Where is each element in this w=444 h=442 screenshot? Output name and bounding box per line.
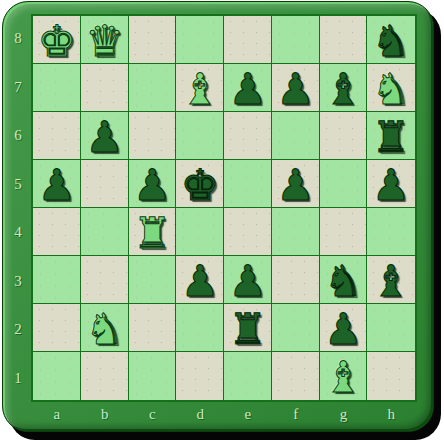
square-g3[interactable]: ♞ xyxy=(320,256,368,304)
file-label-a: a xyxy=(33,401,81,427)
square-g6[interactable] xyxy=(320,112,368,160)
square-e6[interactable] xyxy=(224,112,272,160)
piece-black-bishop[interactable]: ♝ xyxy=(324,66,363,112)
square-c1[interactable] xyxy=(129,352,177,400)
square-g8[interactable] xyxy=(320,16,368,64)
square-e3[interactable]: ♟ xyxy=(224,256,272,304)
square-a7[interactable] xyxy=(33,64,81,112)
square-h3[interactable]: ♝ xyxy=(367,256,415,304)
square-h5[interactable]: ♟ xyxy=(367,160,415,208)
square-b3[interactable] xyxy=(81,256,129,304)
file-label-g: g xyxy=(320,401,368,427)
square-c2[interactable] xyxy=(129,304,177,352)
square-e4[interactable] xyxy=(224,208,272,256)
square-b1[interactable] xyxy=(81,352,129,400)
rank-label-5: 5 xyxy=(7,160,29,209)
square-c5[interactable]: ♟ xyxy=(129,160,177,208)
square-c8[interactable] xyxy=(129,16,177,64)
square-h2[interactable] xyxy=(367,304,415,352)
square-a8[interactable]: ♚ xyxy=(33,16,81,64)
file-labels: abcdefgh xyxy=(33,401,415,427)
file-label-b: b xyxy=(81,401,129,427)
file-label-f: f xyxy=(272,401,320,427)
file-label-c: c xyxy=(129,401,177,427)
rank-label-8: 8 xyxy=(7,14,29,63)
piece-black-pawn[interactable]: ♟ xyxy=(372,162,411,208)
file-label-h: h xyxy=(367,401,415,427)
piece-black-knight[interactable]: ♞ xyxy=(372,18,411,64)
square-h7[interactable]: ♞ xyxy=(367,64,415,112)
square-d8[interactable] xyxy=(176,16,224,64)
board-frame: 87654321 ♚♛♞♝♟♟♝♞♟♜♟♟♚♟♟♜♟♟♞♝♞♜♟♝ abcdef… xyxy=(2,1,434,432)
square-b8[interactable]: ♛ xyxy=(81,16,129,64)
square-a2[interactable] xyxy=(33,304,81,352)
square-d1[interactable] xyxy=(176,352,224,400)
square-g1[interactable]: ♝ xyxy=(320,352,368,400)
square-e2[interactable]: ♜ xyxy=(224,304,272,352)
square-h6[interactable]: ♜ xyxy=(367,112,415,160)
piece-white-knight[interactable]: ♞ xyxy=(85,306,124,352)
rank-label-7: 7 xyxy=(7,63,29,112)
square-f5[interactable]: ♟ xyxy=(272,160,320,208)
square-h1[interactable] xyxy=(367,352,415,400)
square-g5[interactable] xyxy=(320,160,368,208)
square-f6[interactable] xyxy=(272,112,320,160)
piece-black-rook[interactable]: ♜ xyxy=(372,114,411,160)
piece-black-pawn[interactable]: ♟ xyxy=(85,114,124,160)
rank-labels: 87654321 xyxy=(7,14,29,402)
square-a3[interactable] xyxy=(33,256,81,304)
square-a6[interactable] xyxy=(33,112,81,160)
square-b4[interactable] xyxy=(81,208,129,256)
piece-black-knight[interactable]: ♞ xyxy=(324,258,363,304)
piece-white-knight[interactable]: ♞ xyxy=(372,66,411,112)
square-d3[interactable]: ♟ xyxy=(176,256,224,304)
piece-black-pawn[interactable]: ♟ xyxy=(38,162,77,208)
piece-white-bishop[interactable]: ♝ xyxy=(324,354,363,400)
square-d4[interactable] xyxy=(176,208,224,256)
piece-black-pawn[interactable]: ♟ xyxy=(229,258,268,304)
square-e1[interactable] xyxy=(224,352,272,400)
square-f8[interactable] xyxy=(272,16,320,64)
square-e7[interactable]: ♟ xyxy=(224,64,272,112)
file-label-e: e xyxy=(224,401,272,427)
piece-white-queen[interactable]: ♛ xyxy=(85,18,124,64)
piece-black-pawn[interactable]: ♟ xyxy=(229,66,268,112)
square-h4[interactable] xyxy=(367,208,415,256)
square-d6[interactable] xyxy=(176,112,224,160)
piece-black-pawn[interactable]: ♟ xyxy=(133,162,172,208)
square-d5[interactable]: ♚ xyxy=(176,160,224,208)
square-a4[interactable] xyxy=(33,208,81,256)
rank-label-4: 4 xyxy=(7,208,29,257)
piece-black-pawn[interactable]: ♟ xyxy=(276,162,315,208)
square-g2[interactable]: ♟ xyxy=(320,304,368,352)
square-d7[interactable]: ♝ xyxy=(176,64,224,112)
piece-black-bishop[interactable]: ♝ xyxy=(372,258,411,304)
square-f1[interactable] xyxy=(272,352,320,400)
square-c7[interactable] xyxy=(129,64,177,112)
piece-black-pawn[interactable]: ♟ xyxy=(324,306,363,352)
file-label-d: d xyxy=(176,401,224,427)
square-f4[interactable] xyxy=(272,208,320,256)
square-g4[interactable] xyxy=(320,208,368,256)
rank-label-1: 1 xyxy=(7,354,29,403)
piece-black-rook[interactable]: ♜ xyxy=(229,306,268,352)
rank-label-6: 6 xyxy=(7,111,29,160)
square-c6[interactable] xyxy=(129,112,177,160)
square-f7[interactable]: ♟ xyxy=(272,64,320,112)
board-grid: ♚♛♞♝♟♟♝♞♟♜♟♟♚♟♟♜♟♟♞♝♞♜♟♝ xyxy=(31,14,417,402)
square-b2[interactable]: ♞ xyxy=(81,304,129,352)
square-b7[interactable] xyxy=(81,64,129,112)
square-f2[interactable] xyxy=(272,304,320,352)
square-h8[interactable]: ♞ xyxy=(367,16,415,64)
piece-black-king[interactable]: ♚ xyxy=(181,162,220,208)
square-c4[interactable]: ♜ xyxy=(129,208,177,256)
rank-label-2: 2 xyxy=(7,305,29,354)
square-e5[interactable] xyxy=(224,160,272,208)
square-a1[interactable] xyxy=(33,352,81,400)
rank-label-3: 3 xyxy=(7,257,29,306)
square-b5[interactable] xyxy=(81,160,129,208)
piece-black-pawn[interactable]: ♟ xyxy=(181,258,220,304)
square-e8[interactable] xyxy=(224,16,272,64)
chess-app-window: 87654321 ♚♛♞♝♟♟♝♞♟♜♟♟♚♟♟♜♟♟♞♝♞♜♟♝ abcdef… xyxy=(0,0,444,442)
piece-black-pawn[interactable]: ♟ xyxy=(276,66,315,112)
piece-white-bishop[interactable]: ♝ xyxy=(181,66,220,112)
piece-white-rook[interactable]: ♜ xyxy=(133,210,172,256)
piece-white-king[interactable]: ♚ xyxy=(38,18,77,64)
square-b6[interactable]: ♟ xyxy=(81,112,129,160)
square-g7[interactable]: ♝ xyxy=(320,64,368,112)
square-c3[interactable] xyxy=(129,256,177,304)
square-a5[interactable]: ♟ xyxy=(33,160,81,208)
square-d2[interactable] xyxy=(176,304,224,352)
square-f3[interactable] xyxy=(272,256,320,304)
